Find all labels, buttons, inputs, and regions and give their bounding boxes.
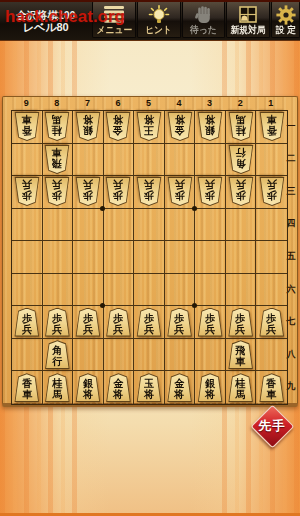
file-label-4: 4 bbox=[164, 97, 195, 110]
piece-face: 香車 bbox=[260, 113, 284, 140]
piece-face: 金将 bbox=[168, 374, 192, 401]
board-cell-18[interactable] bbox=[256, 339, 287, 372]
piece-shape: 銀将 bbox=[197, 112, 223, 141]
board-cell-14[interactable] bbox=[256, 209, 287, 242]
board-cell-37[interactable]: 歩兵 bbox=[195, 306, 226, 339]
shogi-piece-香車-gote[interactable]: 香車 bbox=[14, 112, 40, 141]
new-game-button[interactable]: 新規対局 bbox=[226, 1, 270, 38]
shogi-piece-香車-sente[interactable]: 香車 bbox=[14, 373, 40, 402]
new-game-button-label: 新規対局 bbox=[231, 24, 266, 35]
board-cell-36[interactable] bbox=[195, 274, 226, 307]
board-cell-69[interactable]: 金将 bbox=[104, 371, 135, 404]
board-cell-96[interactable] bbox=[12, 274, 43, 307]
shogi-piece-角行-sente[interactable]: 角行 bbox=[44, 340, 70, 369]
piece-shape: 歩兵 bbox=[14, 308, 40, 337]
shogi-piece-香車-gote[interactable]: 香車 bbox=[259, 112, 285, 141]
piece-face: 桂馬 bbox=[229, 374, 253, 401]
board-cell-53[interactable]: 歩兵 bbox=[134, 176, 165, 209]
board-cell-41[interactable]: 金将 bbox=[165, 111, 196, 144]
shogi-piece-銀将-sente[interactable]: 銀将 bbox=[75, 373, 101, 402]
shogi-piece-歩兵-sente[interactable]: 歩兵 bbox=[75, 308, 101, 337]
piece-shape: 王将 bbox=[136, 112, 162, 141]
board-cell-29[interactable]: 桂馬 bbox=[226, 371, 257, 404]
board-cell-84[interactable] bbox=[43, 209, 74, 242]
board-icon bbox=[238, 5, 258, 24]
board-cell-86[interactable] bbox=[43, 274, 74, 307]
piece-shape: 歩兵 bbox=[75, 177, 101, 206]
piece-face: 桂馬 bbox=[45, 374, 69, 401]
shogi-piece-歩兵-gote[interactable]: 歩兵 bbox=[105, 177, 131, 206]
file-label-2: 2 bbox=[225, 97, 256, 110]
board-cell-56[interactable] bbox=[134, 274, 165, 307]
piece-shape: 飛車 bbox=[44, 145, 70, 174]
shogi-piece-香車-sente[interactable]: 香車 bbox=[259, 373, 285, 402]
file-labels: 987654321 bbox=[11, 97, 286, 110]
shogi-piece-角行-gote[interactable]: 角行 bbox=[228, 145, 254, 174]
gear-icon bbox=[276, 5, 296, 24]
piece-face: 歩兵 bbox=[229, 309, 253, 336]
board-cell-88[interactable]: 角行 bbox=[43, 339, 74, 372]
board-cell-27[interactable]: 歩兵 bbox=[226, 306, 257, 339]
shogi-piece-金将-sente[interactable]: 金将 bbox=[167, 373, 193, 402]
file-label-6: 6 bbox=[103, 97, 134, 110]
shogi-piece-銀将-gote[interactable]: 銀将 bbox=[197, 112, 223, 141]
shogi-piece-歩兵-sente[interactable]: 歩兵 bbox=[44, 308, 70, 337]
shogi-piece-歩兵-sente[interactable]: 歩兵 bbox=[136, 308, 162, 337]
board-cell-57[interactable]: 歩兵 bbox=[134, 306, 165, 339]
board-cell-42[interactable] bbox=[165, 144, 196, 177]
piece-shape: 桂馬 bbox=[228, 112, 254, 141]
shogi-board: 987654321 一二三四五六七八九 香車桂馬銀将金将王将金将銀将桂馬香車飛車… bbox=[2, 96, 298, 407]
piece-shape: 香車 bbox=[14, 112, 40, 141]
board-cell-35[interactable] bbox=[195, 241, 226, 274]
board-cell-19[interactable]: 香車 bbox=[256, 371, 287, 404]
piece-shape: 銀将 bbox=[75, 112, 101, 141]
piece-face: 銀将 bbox=[76, 374, 100, 401]
piece-shape: 香車 bbox=[259, 373, 285, 402]
board-cell-49[interactable]: 金将 bbox=[165, 371, 196, 404]
piece-shape: 桂馬 bbox=[44, 112, 70, 141]
board-cell-39[interactable]: 銀将 bbox=[195, 371, 226, 404]
shogi-piece-歩兵-gote[interactable]: 歩兵 bbox=[75, 177, 101, 206]
settings-button[interactable]: 設 定 bbox=[271, 1, 300, 38]
shogi-piece-歩兵-sente[interactable]: 歩兵 bbox=[14, 308, 40, 337]
board-cell-79[interactable]: 銀将 bbox=[73, 371, 104, 404]
board-cell-22[interactable]: 角行 bbox=[226, 144, 257, 177]
piece-face: 歩兵 bbox=[45, 178, 69, 205]
piece-shape: 歩兵 bbox=[44, 177, 70, 206]
board-cell-23[interactable]: 歩兵 bbox=[226, 176, 257, 209]
board-cell-51[interactable]: 王将 bbox=[134, 111, 165, 144]
hoshi-dot bbox=[100, 206, 105, 211]
board-cell-98[interactable] bbox=[12, 339, 43, 372]
board-cell-66[interactable] bbox=[104, 274, 135, 307]
board-cell-92[interactable] bbox=[12, 144, 43, 177]
piece-shape: 歩兵 bbox=[167, 177, 193, 206]
board-cell-63[interactable]: 歩兵 bbox=[104, 176, 135, 209]
board-cell-55[interactable] bbox=[134, 241, 165, 274]
shogi-piece-歩兵-gote[interactable]: 歩兵 bbox=[228, 177, 254, 206]
shogi-piece-歩兵-gote[interactable]: 歩兵 bbox=[259, 177, 285, 206]
piece-shape: 桂馬 bbox=[228, 373, 254, 402]
shogi-piece-金将-gote[interactable]: 金将 bbox=[167, 112, 193, 141]
board-cell-68[interactable] bbox=[104, 339, 135, 372]
piece-shape: 金将 bbox=[105, 373, 131, 402]
piece-face: 歩兵 bbox=[137, 309, 161, 336]
piece-shape: 歩兵 bbox=[136, 177, 162, 206]
board-cell-72[interactable] bbox=[73, 144, 104, 177]
piece-face: 桂馬 bbox=[45, 113, 69, 140]
shogi-piece-歩兵-sente[interactable]: 歩兵 bbox=[259, 308, 285, 337]
piece-face: 飛車 bbox=[229, 341, 253, 368]
undo-matta-button-label: 待った bbox=[190, 24, 217, 35]
piece-face: 歩兵 bbox=[45, 309, 69, 336]
board-cell-12[interactable] bbox=[256, 144, 287, 177]
board-cell-11[interactable]: 香車 bbox=[256, 111, 287, 144]
piece-face: 金将 bbox=[106, 113, 130, 140]
piece-shape: 歩兵 bbox=[44, 308, 70, 337]
shogi-piece-桂馬-sente[interactable]: 桂馬 bbox=[228, 373, 254, 402]
top-edge-line bbox=[0, 0, 300, 2]
board-cell-75[interactable] bbox=[73, 241, 104, 274]
board-cell-89[interactable]: 桂馬 bbox=[43, 371, 74, 404]
board-cell-91[interactable]: 香車 bbox=[12, 111, 43, 144]
hoshi-dot bbox=[100, 303, 105, 308]
piece-shape: 香車 bbox=[259, 112, 285, 141]
piece-face: 歩兵 bbox=[76, 178, 100, 205]
board-cell-81[interactable]: 桂馬 bbox=[43, 111, 74, 144]
piece-face: 角行 bbox=[229, 146, 253, 173]
turn-indicator-label: 先手 bbox=[250, 418, 294, 435]
board-cell-38[interactable] bbox=[195, 339, 226, 372]
shogi-piece-歩兵-sente[interactable]: 歩兵 bbox=[197, 308, 223, 337]
piece-shape: 歩兵 bbox=[136, 308, 162, 337]
app-screen: 金沢将棋100 レベル80 メニュー ヒント bbox=[0, 0, 300, 516]
piece-face: 王将 bbox=[137, 113, 161, 140]
shogi-piece-歩兵-gote[interactable]: 歩兵 bbox=[136, 177, 162, 206]
piece-shape: 歩兵 bbox=[197, 177, 223, 206]
board-cell-85[interactable] bbox=[43, 241, 74, 274]
board-cell-26[interactable] bbox=[226, 274, 257, 307]
board-cell-28[interactable]: 飛車 bbox=[226, 339, 257, 372]
piece-face: 金将 bbox=[168, 113, 192, 140]
board-cell-43[interactable]: 歩兵 bbox=[165, 176, 196, 209]
piece-face: 歩兵 bbox=[260, 178, 284, 205]
shogi-piece-歩兵-gote[interactable]: 歩兵 bbox=[197, 177, 223, 206]
board-cell-31[interactable]: 銀将 bbox=[195, 111, 226, 144]
board-cell-61[interactable]: 金将 bbox=[104, 111, 135, 144]
piece-shape: 角行 bbox=[228, 145, 254, 174]
file-label-1: 1 bbox=[255, 97, 286, 110]
board-cell-47[interactable]: 歩兵 bbox=[165, 306, 196, 339]
piece-shape: 銀将 bbox=[75, 373, 101, 402]
piece-shape: 香車 bbox=[14, 373, 40, 402]
hint-button-label: ヒント bbox=[145, 24, 172, 35]
shogi-piece-歩兵-gote[interactable]: 歩兵 bbox=[167, 177, 193, 206]
board-cell-83[interactable]: 歩兵 bbox=[43, 176, 74, 209]
piece-shape: 角行 bbox=[44, 340, 70, 369]
board-cell-97[interactable]: 歩兵 bbox=[12, 306, 43, 339]
board-cell-21[interactable]: 桂馬 bbox=[226, 111, 257, 144]
piece-shape: 歩兵 bbox=[259, 308, 285, 337]
board-cell-34[interactable] bbox=[195, 209, 226, 242]
shogi-piece-金将-sente[interactable]: 金将 bbox=[105, 373, 131, 402]
board-cell-67[interactable]: 歩兵 bbox=[104, 306, 135, 339]
piece-face: 飛車 bbox=[45, 146, 69, 173]
board-cell-33[interactable]: 歩兵 bbox=[195, 176, 226, 209]
file-label-9: 9 bbox=[11, 97, 42, 110]
piece-face: 香車 bbox=[15, 374, 39, 401]
file-label-5: 5 bbox=[133, 97, 164, 110]
piece-shape: 歩兵 bbox=[105, 177, 131, 206]
board-cell-65[interactable] bbox=[104, 241, 135, 274]
piece-face: 金将 bbox=[106, 374, 130, 401]
shogi-piece-歩兵-sente[interactable]: 歩兵 bbox=[228, 308, 254, 337]
board-cell-58[interactable] bbox=[134, 339, 165, 372]
shogi-piece-歩兵-sente[interactable]: 歩兵 bbox=[167, 308, 193, 337]
shogi-piece-桂馬-gote[interactable]: 桂馬 bbox=[228, 112, 254, 141]
piece-shape: 歩兵 bbox=[167, 308, 193, 337]
piece-face: 歩兵 bbox=[76, 309, 100, 336]
shogi-piece-飛車-gote[interactable]: 飛車 bbox=[44, 145, 70, 174]
piece-face: 歩兵 bbox=[106, 178, 130, 205]
board-cell-59[interactable]: 玉将 bbox=[134, 371, 165, 404]
shogi-piece-歩兵-gote[interactable]: 歩兵 bbox=[14, 177, 40, 206]
board-cell-54[interactable] bbox=[134, 209, 165, 242]
board-cell-62[interactable] bbox=[104, 144, 135, 177]
board-cell-15[interactable] bbox=[256, 241, 287, 274]
board-cell-82[interactable]: 飛車 bbox=[43, 144, 74, 177]
shogi-piece-歩兵-gote[interactable]: 歩兵 bbox=[44, 177, 70, 206]
piece-shape: 歩兵 bbox=[259, 177, 285, 206]
piece-shape: 桂馬 bbox=[44, 373, 70, 402]
lightbulb-icon bbox=[147, 5, 171, 24]
piece-face: 歩兵 bbox=[168, 178, 192, 205]
board-cell-45[interactable] bbox=[165, 241, 196, 274]
board-cell-44[interactable] bbox=[165, 209, 196, 242]
piece-shape: 歩兵 bbox=[197, 308, 223, 337]
piece-face: 銀将 bbox=[198, 374, 222, 401]
piece-face: 歩兵 bbox=[229, 178, 253, 205]
piece-shape: 飛車 bbox=[228, 340, 254, 369]
board-cell-87[interactable]: 歩兵 bbox=[43, 306, 74, 339]
board-cell-16[interactable] bbox=[256, 274, 287, 307]
board-cell-13[interactable]: 歩兵 bbox=[256, 176, 287, 209]
watermark-text: hack.cheat.org bbox=[5, 7, 125, 27]
board-cell-76[interactable] bbox=[73, 274, 104, 307]
piece-face: 歩兵 bbox=[15, 178, 39, 205]
board-cell-94[interactable] bbox=[12, 209, 43, 242]
piece-shape: 歩兵 bbox=[228, 177, 254, 206]
shogi-piece-金将-gote[interactable]: 金将 bbox=[105, 112, 131, 141]
piece-shape: 金将 bbox=[167, 373, 193, 402]
shogi-piece-銀将-sente[interactable]: 銀将 bbox=[197, 373, 223, 402]
piece-face: 歩兵 bbox=[137, 178, 161, 205]
board-cell-74[interactable] bbox=[73, 209, 104, 242]
file-label-7: 7 bbox=[72, 97, 103, 110]
piece-shape: 銀将 bbox=[197, 373, 223, 402]
shogi-piece-銀将-gote[interactable]: 銀将 bbox=[75, 112, 101, 141]
shogi-piece-飛車-sente[interactable]: 飛車 bbox=[228, 340, 254, 369]
piece-face: 玉将 bbox=[137, 374, 161, 401]
piece-face: 歩兵 bbox=[198, 309, 222, 336]
board-cell-78[interactable] bbox=[73, 339, 104, 372]
board-cell-95[interactable] bbox=[12, 241, 43, 274]
piece-face: 角行 bbox=[45, 341, 69, 368]
file-label-3: 3 bbox=[194, 97, 225, 110]
board-cell-32[interactable] bbox=[195, 144, 226, 177]
shogi-piece-歩兵-sente[interactable]: 歩兵 bbox=[105, 308, 131, 337]
board-cell-93[interactable]: 歩兵 bbox=[12, 176, 43, 209]
hoshi-dot bbox=[192, 206, 197, 211]
piece-face: 香車 bbox=[260, 374, 284, 401]
piece-face: 歩兵 bbox=[260, 309, 284, 336]
piece-face: 銀将 bbox=[76, 113, 100, 140]
piece-face: 歩兵 bbox=[15, 309, 39, 336]
piece-shape: 歩兵 bbox=[75, 308, 101, 337]
piece-shape: 歩兵 bbox=[105, 308, 131, 337]
board-cell-64[interactable] bbox=[104, 209, 135, 242]
piece-shape: 金将 bbox=[105, 112, 131, 141]
piece-face: 銀将 bbox=[198, 113, 222, 140]
piece-shape: 歩兵 bbox=[228, 308, 254, 337]
board-grid: 香車桂馬銀将金将王将金将銀将桂馬香車飛車角行歩兵歩兵歩兵歩兵歩兵歩兵歩兵歩兵歩兵… bbox=[11, 110, 288, 405]
piece-face: 香車 bbox=[15, 113, 39, 140]
board-cell-24[interactable] bbox=[226, 209, 257, 242]
shogi-piece-桂馬-sente[interactable]: 桂馬 bbox=[44, 373, 70, 402]
shogi-piece-玉将-sente[interactable]: 玉将 bbox=[136, 373, 162, 402]
file-label-8: 8 bbox=[42, 97, 73, 110]
board-cell-73[interactable]: 歩兵 bbox=[73, 176, 104, 209]
board-cell-77[interactable]: 歩兵 bbox=[73, 306, 104, 339]
shogi-piece-桂馬-gote[interactable]: 桂馬 bbox=[44, 112, 70, 141]
piece-shape: 玉将 bbox=[136, 373, 162, 402]
turn-indicator-badge: 先手 bbox=[250, 404, 294, 448]
piece-face: 歩兵 bbox=[168, 309, 192, 336]
board-cell-71[interactable]: 銀将 bbox=[73, 111, 104, 144]
board-cell-46[interactable] bbox=[165, 274, 196, 307]
undo-matta-button[interactable]: 待った bbox=[182, 1, 226, 38]
settings-button-label: 設 定 bbox=[276, 24, 296, 35]
piece-shape: 金将 bbox=[167, 112, 193, 141]
board-cell-52[interactable] bbox=[134, 144, 165, 177]
piece-face: 歩兵 bbox=[198, 178, 222, 205]
hint-button[interactable]: ヒント bbox=[137, 1, 181, 38]
board-cell-48[interactable] bbox=[165, 339, 196, 372]
hand-icon bbox=[195, 5, 213, 24]
board-cell-17[interactable]: 歩兵 bbox=[256, 306, 287, 339]
piece-shape: 歩兵 bbox=[14, 177, 40, 206]
piece-face: 桂馬 bbox=[229, 113, 253, 140]
hoshi-dot bbox=[192, 303, 197, 308]
piece-face: 歩兵 bbox=[106, 309, 130, 336]
board-cell-99[interactable]: 香車 bbox=[12, 371, 43, 404]
board-cell-25[interactable] bbox=[226, 241, 257, 274]
shogi-piece-王将-gote[interactable]: 王将 bbox=[136, 112, 162, 141]
